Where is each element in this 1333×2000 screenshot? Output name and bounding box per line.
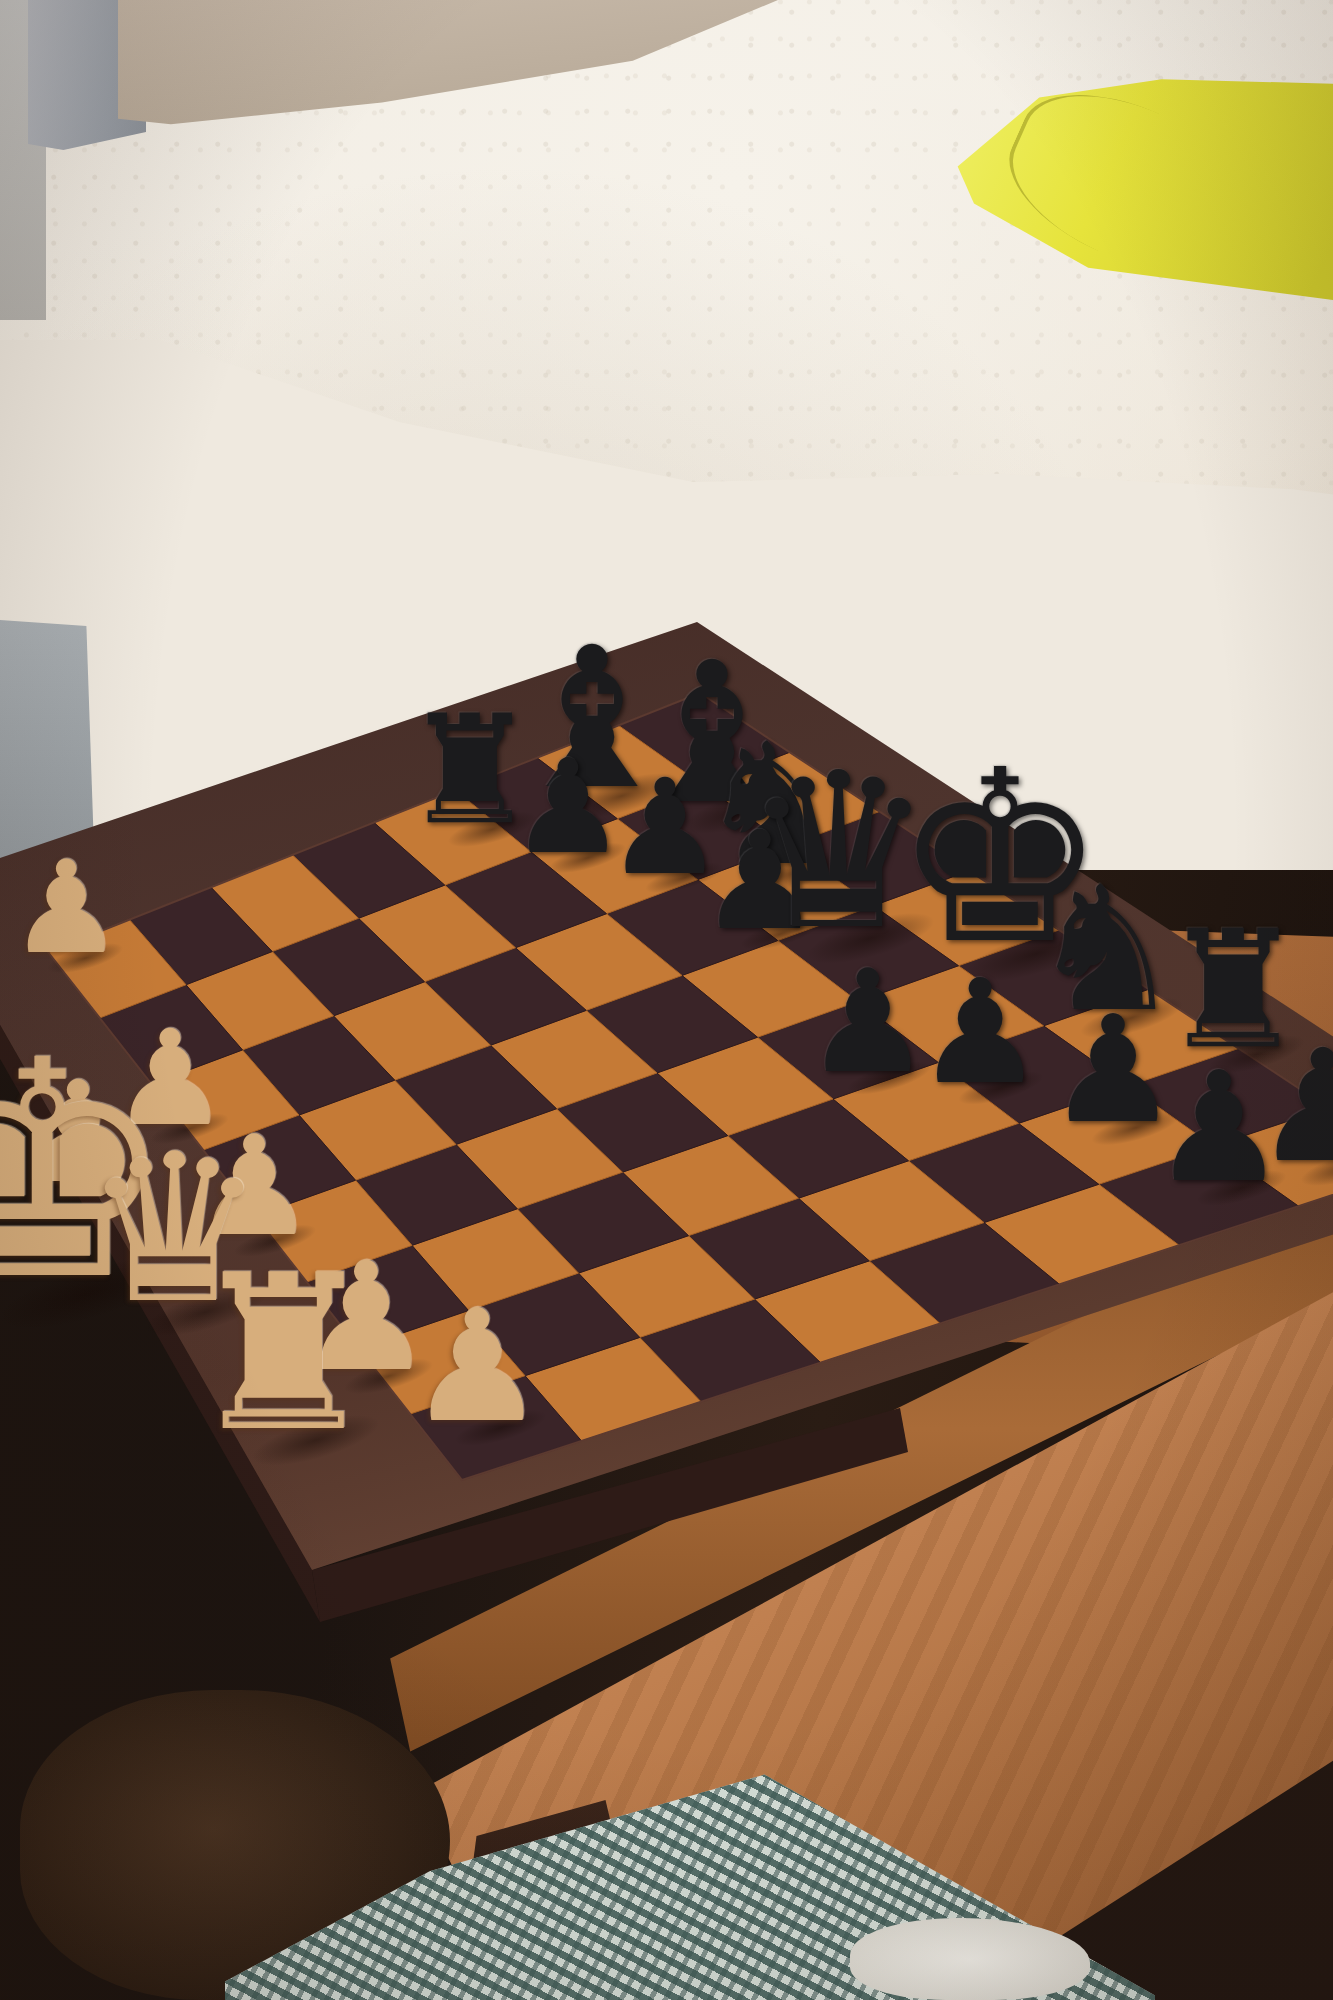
- white-pawn-a1[interactable]: ♟: [408, 1289, 547, 1444]
- white-rook-c1[interactable]: ♜: [187, 1246, 380, 1461]
- black-pawn-c7[interactable]: ♟: [915, 960, 1044, 1104]
- black-pawn-d6[interactable]: ♟: [804, 951, 931, 1093]
- pieces-layer: ♝♝♜♟♞♟♟♛♚♟♞♜♟♟♟♟♟♟♟♟♚♛♟♟♜: [0, 0, 1333, 2000]
- black-pawn-a7[interactable]: ♟: [1151, 1052, 1287, 1204]
- photo-scene: ♝♝♜♟♞♟♟♛♚♟♞♜♟♟♟♟♟♟♟♟♚♛♟♟♜: [0, 0, 1333, 2000]
- white-pawn-h1[interactable]: ♟: [9, 844, 124, 972]
